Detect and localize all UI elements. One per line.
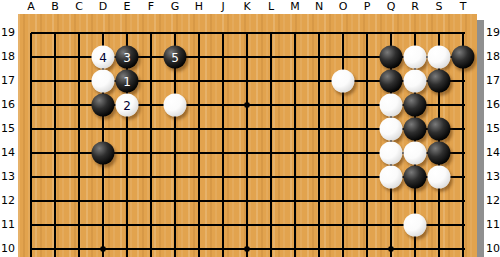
grid-vline (270, 33, 272, 257)
grid-vline (30, 33, 32, 257)
white-stone-G16 (164, 94, 187, 117)
black-stone-R16 (404, 94, 427, 117)
row-label-right-18: 18 (486, 49, 500, 65)
row-label-left-11: 11 (0, 217, 15, 233)
star-point-K10 (245, 247, 250, 252)
white-stone-R17 (404, 70, 427, 93)
grid-hline (31, 32, 465, 34)
row-label-right-10: 10 (486, 241, 500, 257)
white-stone-E16: 2 (116, 94, 139, 117)
grid-vline (198, 33, 200, 257)
white-stone-D17 (92, 70, 115, 93)
row-label-left-14: 14 (0, 145, 15, 161)
board-shadow-strip (477, 20, 484, 257)
column-label-Q: Q (379, 0, 403, 13)
grid-hline (31, 200, 465, 202)
go-diagram: ABCDEFGHJKLMNOPQRST 19181716151413121110… (0, 0, 500, 257)
column-label-S: S (427, 0, 451, 13)
grid-vline (342, 33, 344, 257)
row-label-right-15: 15 (486, 121, 500, 137)
black-stone-E17: 1 (116, 70, 139, 93)
white-stone-Q16 (380, 94, 403, 117)
black-stone-G18: 5 (164, 46, 187, 69)
row-label-left-10: 10 (0, 241, 15, 257)
grid-vline (54, 33, 56, 257)
white-stone-D18: 4 (92, 46, 115, 69)
column-label-N: N (307, 0, 331, 13)
white-stone-R14 (404, 142, 427, 165)
black-stone-D14 (92, 142, 115, 165)
white-stone-S18 (428, 46, 451, 69)
row-label-right-16: 16 (486, 97, 500, 113)
move-number: 2 (123, 99, 131, 111)
grid-vline (78, 33, 80, 257)
column-label-T: T (451, 0, 475, 13)
row-label-right-19: 19 (486, 25, 500, 41)
grid-vline (366, 33, 368, 257)
column-label-A: A (19, 0, 43, 13)
black-stone-R15 (404, 118, 427, 141)
black-stone-S14 (428, 142, 451, 165)
black-stone-Q18 (380, 46, 403, 69)
white-stone-Q13 (380, 166, 403, 189)
row-label-right-17: 17 (486, 73, 500, 89)
move-number: 5 (171, 51, 179, 63)
move-number: 4 (99, 51, 107, 63)
column-label-F: F (139, 0, 163, 13)
row-label-right-13: 13 (486, 169, 500, 185)
row-label-left-17: 17 (0, 73, 15, 89)
white-stone-O17 (332, 70, 355, 93)
row-label-right-12: 12 (486, 193, 500, 209)
row-label-left-15: 15 (0, 121, 15, 137)
column-label-K: K (235, 0, 259, 13)
row-label-left-18: 18 (0, 49, 15, 65)
column-label-P: P (355, 0, 379, 13)
black-stone-E18: 3 (116, 46, 139, 69)
column-label-H: H (187, 0, 211, 13)
column-label-C: C (67, 0, 91, 13)
grid-vline (150, 33, 152, 257)
star-point-Q10 (389, 247, 394, 252)
column-label-B: B (43, 0, 67, 13)
move-number: 1 (123, 75, 131, 87)
grid-vline (294, 33, 296, 257)
grid-vline (246, 33, 248, 257)
grid-hline (31, 224, 465, 226)
column-label-R: R (403, 0, 427, 13)
column-label-O: O (331, 0, 355, 13)
move-number: 3 (123, 51, 131, 63)
black-stone-S15 (428, 118, 451, 141)
row-label-left-16: 16 (0, 97, 15, 113)
white-stone-S13 (428, 166, 451, 189)
star-point-D10 (101, 247, 106, 252)
black-stone-D16 (92, 94, 115, 117)
white-stone-R11 (404, 214, 427, 237)
column-label-D: D (91, 0, 115, 13)
row-label-left-13: 13 (0, 169, 15, 185)
black-stone-Q17 (380, 70, 403, 93)
star-point-K16 (245, 103, 250, 108)
black-stone-R13 (404, 166, 427, 189)
black-stone-S17 (428, 70, 451, 93)
white-stone-Q15 (380, 118, 403, 141)
grid-vline (318, 33, 320, 257)
row-label-left-12: 12 (0, 193, 15, 209)
column-label-L: L (259, 0, 283, 13)
row-label-left-19: 19 (0, 25, 15, 41)
column-label-J: J (211, 0, 235, 13)
row-label-right-14: 14 (486, 145, 500, 161)
column-label-G: G (163, 0, 187, 13)
row-label-right-11: 11 (486, 217, 500, 233)
column-label-M: M (283, 0, 307, 13)
grid-vline (222, 33, 224, 257)
white-stone-Q14 (380, 142, 403, 165)
white-stone-R18 (404, 46, 427, 69)
column-label-E: E (115, 0, 139, 13)
go-board[interactable]: 43512 (18, 14, 477, 257)
black-stone-T18 (452, 46, 475, 69)
